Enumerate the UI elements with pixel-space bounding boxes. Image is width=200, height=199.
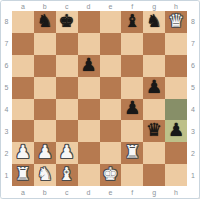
- file-label-d-bottom: d: [78, 186, 100, 198]
- square-h2[interactable]: [165, 142, 187, 164]
- square-a4[interactable]: [12, 99, 34, 121]
- rank-label-6-right: 6: [187, 55, 199, 77]
- square-a6[interactable]: [12, 55, 34, 77]
- rank-label-2-left: 2: [1, 142, 12, 164]
- square-f7[interactable]: [121, 33, 143, 55]
- square-g4[interactable]: [143, 99, 165, 121]
- square-h4[interactable]: [165, 99, 187, 121]
- square-g3[interactable]: ♛: [143, 120, 165, 142]
- square-e7[interactable]: [100, 33, 122, 55]
- square-e3[interactable]: [100, 120, 122, 142]
- square-d3[interactable]: [78, 120, 100, 142]
- white-rook-icon[interactable]: ♜: [15, 165, 31, 183]
- square-a3[interactable]: [12, 120, 34, 142]
- square-d5[interactable]: [78, 77, 100, 99]
- square-c1[interactable]: ♝: [56, 164, 78, 186]
- black-knight-icon[interactable]: ♞: [146, 12, 162, 30]
- square-a7[interactable]: [12, 33, 34, 55]
- square-f4[interactable]: ♟: [121, 99, 143, 121]
- board-margin-corner: [187, 186, 199, 198]
- black-pawn-icon[interactable]: ♟: [168, 121, 184, 139]
- white-pawn-icon[interactable]: ♟: [59, 143, 75, 161]
- white-king-icon[interactable]: ♚: [102, 165, 118, 183]
- square-d2[interactable]: [78, 142, 100, 164]
- square-h5[interactable]: [165, 77, 187, 99]
- square-g5[interactable]: ♟: [143, 77, 165, 99]
- square-g6[interactable]: [143, 55, 165, 77]
- black-pawn-icon[interactable]: ♟: [146, 78, 162, 96]
- square-h1[interactable]: [165, 164, 187, 186]
- black-pawn-icon[interactable]: ♟: [80, 56, 96, 74]
- square-f1[interactable]: [121, 164, 143, 186]
- rank-label-6-left: 6: [1, 55, 12, 77]
- square-d8[interactable]: [78, 11, 100, 33]
- rank-label-3-left: 3: [1, 120, 12, 142]
- file-label-f-top: f: [121, 1, 143, 11]
- board-margin-corner: [1, 1, 12, 11]
- file-label-h-top: h: [165, 1, 187, 11]
- rank-label-1-right: 1: [187, 164, 199, 186]
- square-c6[interactable]: [56, 55, 78, 77]
- white-queen-icon[interactable]: ♛: [168, 12, 184, 30]
- white-rook-icon[interactable]: ♜: [124, 143, 140, 161]
- square-b8[interactable]: ♞: [34, 11, 56, 33]
- file-label-c-bottom: c: [56, 186, 78, 198]
- square-c8[interactable]: ♚: [56, 11, 78, 33]
- black-queen-icon[interactable]: ♛: [146, 121, 162, 139]
- square-b7[interactable]: [34, 33, 56, 55]
- board-margin-corner: [187, 1, 199, 11]
- white-bishop-icon[interactable]: ♝: [59, 165, 75, 183]
- square-h7[interactable]: [165, 33, 187, 55]
- rank-label-5-left: 5: [1, 77, 12, 99]
- black-pawn-icon[interactable]: ♟: [124, 99, 140, 117]
- square-h6[interactable]: [165, 55, 187, 77]
- black-bishop-icon[interactable]: ♝: [124, 12, 140, 30]
- square-e8[interactable]: [100, 11, 122, 33]
- rank-label-8-right: 8: [187, 11, 199, 33]
- black-king-icon[interactable]: ♚: [59, 12, 75, 30]
- white-knight-icon[interactable]: ♞: [37, 165, 53, 183]
- square-f2[interactable]: ♜: [121, 142, 143, 164]
- file-label-f-bottom: f: [121, 186, 143, 198]
- square-c2[interactable]: ♟: [56, 142, 78, 164]
- file-label-h-bottom: h: [165, 186, 187, 198]
- rank-label-8-left: 8: [1, 11, 12, 33]
- file-label-c-top: c: [56, 1, 78, 11]
- file-label-d-top: d: [78, 1, 100, 11]
- square-a1[interactable]: ♜: [12, 164, 34, 186]
- square-b4[interactable]: [34, 99, 56, 121]
- square-c4[interactable]: [56, 99, 78, 121]
- square-e6[interactable]: [100, 55, 122, 77]
- square-g2[interactable]: [143, 142, 165, 164]
- square-g8[interactable]: ♞: [143, 11, 165, 33]
- square-d4[interactable]: [78, 99, 100, 121]
- white-pawn-icon[interactable]: ♟: [37, 143, 53, 161]
- rank-label-7-right: 7: [187, 33, 199, 55]
- square-a8[interactable]: [12, 11, 34, 33]
- square-d7[interactable]: [78, 33, 100, 55]
- rank-label-4-right: 4: [187, 99, 199, 121]
- square-f6[interactable]: [121, 55, 143, 77]
- square-g1[interactable]: [143, 164, 165, 186]
- rank-label-1-left: 1: [1, 164, 12, 186]
- square-c5[interactable]: [56, 77, 78, 99]
- square-e2[interactable]: [100, 142, 122, 164]
- file-label-b-top: b: [34, 1, 56, 11]
- square-b5[interactable]: [34, 77, 56, 99]
- square-d1[interactable]: [78, 164, 100, 186]
- rank-label-4-left: 4: [1, 99, 12, 121]
- square-e5[interactable]: [100, 77, 122, 99]
- file-label-g-bottom: g: [143, 186, 165, 198]
- square-f8[interactable]: ♝: [121, 11, 143, 33]
- rank-label-3-right: 3: [187, 120, 199, 142]
- square-b2[interactable]: ♟: [34, 142, 56, 164]
- rank-label-5-right: 5: [187, 77, 199, 99]
- rank-label-7-left: 7: [1, 33, 12, 55]
- file-label-a-top: a: [12, 1, 34, 11]
- black-knight-icon[interactable]: ♞: [37, 12, 53, 30]
- square-g7[interactable]: [143, 33, 165, 55]
- board-margin-corner: [1, 186, 12, 198]
- square-f5[interactable]: [121, 77, 143, 99]
- square-b6[interactable]: [34, 55, 56, 77]
- file-label-b-bottom: b: [34, 186, 56, 198]
- file-label-a-bottom: a: [12, 186, 34, 198]
- square-b1[interactable]: ♞: [34, 164, 56, 186]
- square-c7[interactable]: [56, 33, 78, 55]
- square-h3[interactable]: ♟: [165, 120, 187, 142]
- square-h8[interactable]: ♛: [165, 11, 187, 33]
- square-d6[interactable]: ♟: [78, 55, 100, 77]
- square-b3[interactable]: [34, 120, 56, 142]
- white-pawn-icon[interactable]: ♟: [15, 143, 31, 161]
- square-a5[interactable]: [12, 77, 34, 99]
- chess-board-card: abcdefgh8♞♚♝♞♛8776♟65♟54♟43♛♟32♟♟♟♜21♜♞♝…: [0, 0, 200, 199]
- rank-label-2-right: 2: [187, 142, 199, 164]
- square-a2[interactable]: ♟: [12, 142, 34, 164]
- file-label-e-top: e: [100, 1, 122, 11]
- square-c3[interactable]: [56, 120, 78, 142]
- square-f3[interactable]: [121, 120, 143, 142]
- file-label-e-bottom: e: [100, 186, 122, 198]
- file-label-g-top: g: [143, 1, 165, 11]
- square-e4[interactable]: [100, 99, 122, 121]
- square-e1[interactable]: ♚: [100, 164, 122, 186]
